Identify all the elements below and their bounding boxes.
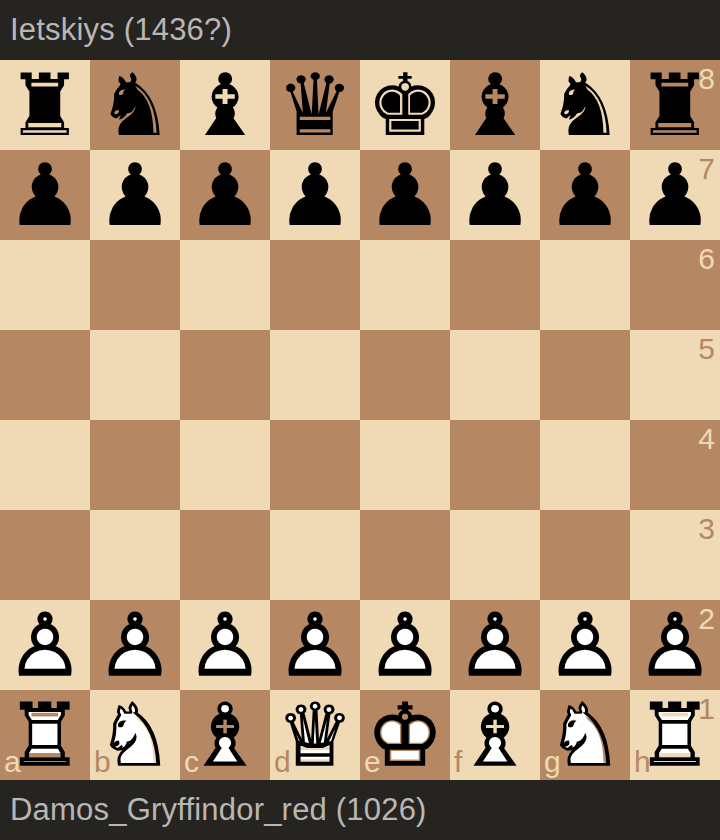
square-h8[interactable]: 8♜ [630, 60, 720, 150]
piece-black-knight[interactable]: ♞ [540, 60, 630, 150]
square-c2[interactable]: ♟♙ [180, 600, 270, 690]
coord-rank-4: 4 [698, 424, 715, 454]
piece-glyph: ♞ [90, 60, 180, 150]
square-g8[interactable]: ♞ [540, 60, 630, 150]
piece-glyph: ♟ [90, 150, 180, 240]
piece-black-rook[interactable]: ♜ [0, 60, 90, 150]
square-b2[interactable]: ♟♙ [90, 600, 180, 690]
piece-glyph: ♚ [360, 60, 450, 150]
square-c4[interactable] [180, 420, 270, 510]
piece-white-pawn[interactable]: ♟♙ [180, 600, 270, 690]
piece-black-pawn[interactable]: ♟ [90, 150, 180, 240]
piece-black-pawn[interactable]: ♟ [540, 150, 630, 240]
square-g4[interactable] [540, 420, 630, 510]
square-d1[interactable]: d♛♕ [270, 690, 360, 780]
piece-outline-glyph: ♘ [90, 690, 180, 780]
square-c1[interactable]: c♝♗ [180, 690, 270, 780]
piece-glyph: ♞ [540, 60, 630, 150]
chess-board: ♜♞♝♛♚♝♞8♜♟♟♟♟♟♟♟7♟6543♟♙♟♙♟♙♟♙♟♙♟♙♟♙2♟♙a… [0, 60, 720, 780]
piece-black-knight[interactable]: ♞ [90, 60, 180, 150]
square-d7[interactable]: ♟ [270, 150, 360, 240]
square-b8[interactable]: ♞ [90, 60, 180, 150]
square-f2[interactable]: ♟♙ [450, 600, 540, 690]
piece-white-pawn[interactable]: ♟♙ [630, 600, 720, 690]
square-e8[interactable]: ♚ [360, 60, 450, 150]
player-name-bottom[interactable]: Damos_Gryffindor_red (1026) [10, 792, 427, 828]
piece-black-pawn[interactable]: ♟ [270, 150, 360, 240]
square-h5[interactable]: 5 [630, 330, 720, 420]
square-f5[interactable] [450, 330, 540, 420]
coord-rank-3: 3 [698, 514, 715, 544]
square-g2[interactable]: ♟♙ [540, 600, 630, 690]
piece-white-knight[interactable]: ♞♘ [90, 690, 180, 780]
square-e2[interactable]: ♟♙ [360, 600, 450, 690]
piece-black-king[interactable]: ♚ [360, 60, 450, 150]
piece-outline-glyph: ♙ [180, 600, 270, 690]
piece-outline-glyph: ♕ [270, 690, 360, 780]
square-e3[interactable] [360, 510, 450, 600]
square-d5[interactable] [270, 330, 360, 420]
player-bar-bottom: Damos_Gryffindor_red (1026) [0, 780, 720, 840]
piece-glyph: ♟ [450, 150, 540, 240]
square-a6[interactable] [0, 240, 90, 330]
square-d6[interactable] [270, 240, 360, 330]
piece-white-queen[interactable]: ♛♕ [270, 690, 360, 780]
square-h6[interactable]: 6 [630, 240, 720, 330]
piece-black-pawn[interactable]: ♟ [0, 150, 90, 240]
square-f8[interactable]: ♝ [450, 60, 540, 150]
player-name-top[interactable]: Ietskiys (1436?) [10, 12, 232, 48]
square-f3[interactable] [450, 510, 540, 600]
square-e5[interactable] [360, 330, 450, 420]
square-g7[interactable]: ♟ [540, 150, 630, 240]
piece-white-king[interactable]: ♚♔ [360, 690, 450, 780]
square-e6[interactable] [360, 240, 450, 330]
piece-glyph: ♟ [630, 150, 720, 240]
piece-outline-glyph: ♙ [540, 600, 630, 690]
square-c8[interactable]: ♝ [180, 60, 270, 150]
square-h3[interactable]: 3 [630, 510, 720, 600]
chess-game-screen: Ietskiys (1436?) ♜♞♝♛♚♝♞8♜♟♟♟♟♟♟♟7♟6543♟… [0, 0, 720, 840]
piece-white-pawn[interactable]: ♟♙ [270, 600, 360, 690]
square-g3[interactable] [540, 510, 630, 600]
square-g1[interactable]: g♞♘ [540, 690, 630, 780]
square-h1[interactable]: 1h♜♖ [630, 690, 720, 780]
piece-glyph: ♜ [0, 60, 90, 150]
square-e7[interactable]: ♟ [360, 150, 450, 240]
piece-white-rook[interactable]: ♜♖ [0, 690, 90, 780]
square-e4[interactable] [360, 420, 450, 510]
piece-black-pawn[interactable]: ♟ [450, 150, 540, 240]
piece-outline-glyph: ♖ [0, 690, 90, 780]
square-a4[interactable] [0, 420, 90, 510]
player-bar-top: Ietskiys (1436?) [0, 0, 720, 60]
piece-glyph: ♜ [630, 60, 720, 150]
square-a1[interactable]: a♜♖ [0, 690, 90, 780]
piece-glyph: ♝ [450, 60, 540, 150]
piece-white-pawn[interactable]: ♟♙ [0, 600, 90, 690]
piece-black-bishop[interactable]: ♝ [450, 60, 540, 150]
square-b5[interactable] [90, 330, 180, 420]
piece-glyph: ♟ [180, 150, 270, 240]
square-f1[interactable]: f♝♗ [450, 690, 540, 780]
coord-rank-6: 6 [698, 244, 715, 274]
piece-glyph: ♟ [270, 150, 360, 240]
square-a5[interactable] [0, 330, 90, 420]
square-d2[interactable]: ♟♙ [270, 600, 360, 690]
square-h7[interactable]: 7♟ [630, 150, 720, 240]
piece-glyph: ♟ [540, 150, 630, 240]
piece-white-rook[interactable]: ♜♖ [630, 690, 720, 780]
piece-glyph: ♝ [180, 60, 270, 150]
piece-outline-glyph: ♙ [360, 600, 450, 690]
square-a2[interactable]: ♟♙ [0, 600, 90, 690]
square-b4[interactable] [90, 420, 180, 510]
piece-glyph: ♟ [360, 150, 450, 240]
square-f7[interactable]: ♟ [450, 150, 540, 240]
square-a3[interactable] [0, 510, 90, 600]
square-d3[interactable] [270, 510, 360, 600]
piece-glyph: ♟ [0, 150, 90, 240]
piece-glyph: ♛ [270, 60, 360, 150]
square-d8[interactable]: ♛ [270, 60, 360, 150]
piece-white-pawn[interactable]: ♟♙ [90, 600, 180, 690]
square-h4[interactable]: 4 [630, 420, 720, 510]
piece-white-pawn[interactable]: ♟♙ [450, 600, 540, 690]
piece-outline-glyph: ♘ [540, 690, 630, 780]
piece-outline-glyph: ♗ [180, 690, 270, 780]
square-h2[interactable]: 2♟♙ [630, 600, 720, 690]
square-g5[interactable] [540, 330, 630, 420]
square-c5[interactable] [180, 330, 270, 420]
piece-outline-glyph: ♔ [360, 690, 450, 780]
piece-black-queen[interactable]: ♛ [270, 60, 360, 150]
piece-white-bishop[interactable]: ♝♗ [180, 690, 270, 780]
piece-outline-glyph: ♙ [270, 600, 360, 690]
square-f4[interactable] [450, 420, 540, 510]
piece-black-pawn[interactable]: ♟ [180, 150, 270, 240]
piece-white-pawn[interactable]: ♟♙ [540, 600, 630, 690]
square-b6[interactable] [90, 240, 180, 330]
square-a8[interactable]: ♜ [0, 60, 90, 150]
square-e1[interactable]: e♚♔ [360, 690, 450, 780]
piece-outline-glyph: ♙ [450, 600, 540, 690]
piece-outline-glyph: ♖ [630, 690, 720, 780]
square-c3[interactable] [180, 510, 270, 600]
piece-white-bishop[interactable]: ♝♗ [450, 690, 540, 780]
piece-white-pawn[interactable]: ♟♙ [360, 600, 450, 690]
piece-outline-glyph: ♗ [450, 690, 540, 780]
square-c7[interactable]: ♟ [180, 150, 270, 240]
square-a7[interactable]: ♟ [0, 150, 90, 240]
piece-outline-glyph: ♙ [0, 600, 90, 690]
piece-white-knight[interactable]: ♞♘ [540, 690, 630, 780]
square-d4[interactable] [270, 420, 360, 510]
coord-rank-5: 5 [698, 334, 715, 364]
piece-outline-glyph: ♙ [90, 600, 180, 690]
square-g6[interactable] [540, 240, 630, 330]
piece-black-rook[interactable]: ♜ [630, 60, 720, 150]
square-b1[interactable]: b♞♘ [90, 690, 180, 780]
piece-black-bishop[interactable]: ♝ [180, 60, 270, 150]
piece-black-pawn[interactable]: ♟ [630, 150, 720, 240]
square-c6[interactable] [180, 240, 270, 330]
square-b7[interactable]: ♟ [90, 150, 180, 240]
piece-black-pawn[interactable]: ♟ [360, 150, 450, 240]
piece-outline-glyph: ♙ [630, 600, 720, 690]
square-b3[interactable] [90, 510, 180, 600]
square-f6[interactable] [450, 240, 540, 330]
